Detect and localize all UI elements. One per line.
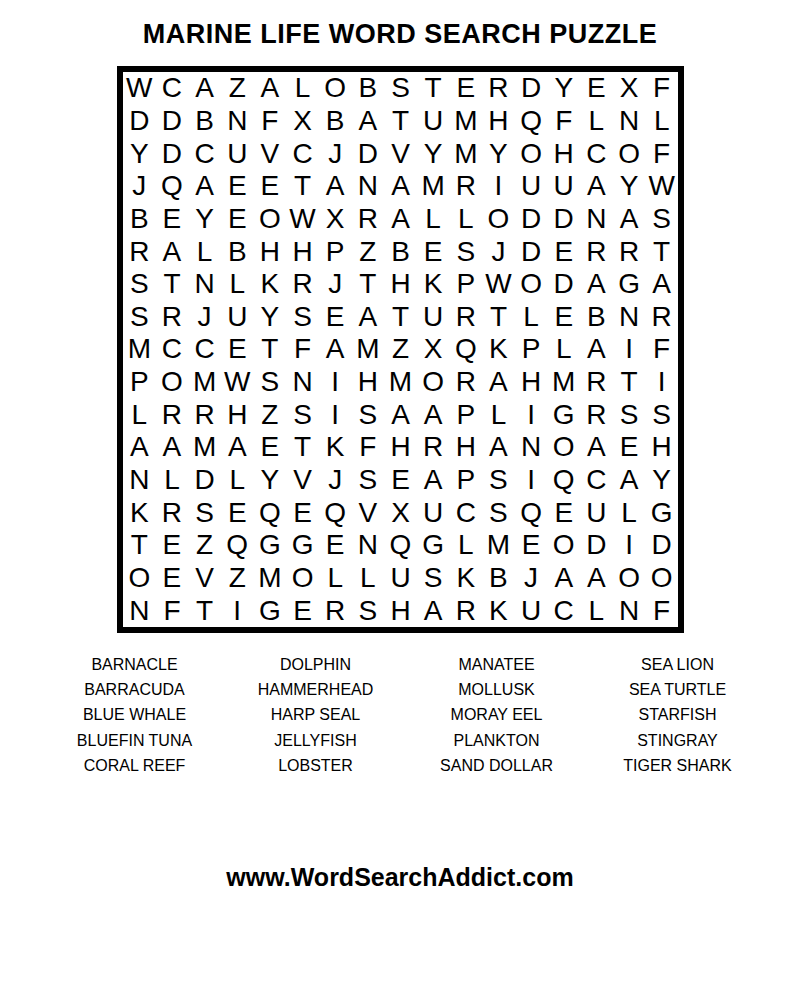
grid-cell: A [482,431,515,464]
grid-cell: Q [221,529,254,562]
grid-cell: L [515,301,548,334]
grid-cell: I [482,170,515,203]
word-item: BARRACUDA [44,677,225,702]
grid-cell: O [482,203,515,236]
word-item: LOBSTER [225,754,406,779]
grid-cell: O [123,562,156,595]
grid-cell: J [482,235,515,268]
word-item: SEA TURTLE [587,677,768,702]
grid-cell: F [645,72,678,105]
grid-cell: F [645,137,678,170]
grid-cell: E [254,170,287,203]
grid-cell: S [482,464,515,497]
word-search-grid-border: WCAZALOBSTERDYEXFDDBNFXBATUMHQFLNLYDCUVC… [117,66,684,633]
grid-cell: A [352,301,385,334]
grid-cell: O [254,203,287,236]
grid-cell: J [188,301,221,334]
grid-cell: K [449,562,482,595]
grid-cell: U [417,496,450,529]
grid-cell: S [417,562,450,595]
grid-cell: G [417,529,450,562]
grid-cell: G [254,594,287,627]
word-item: PLANKTON [406,728,587,753]
grid-cell: E [384,464,417,497]
grid-cell: F [254,105,287,138]
grid-cell: N [613,105,646,138]
grid-cell: L [188,235,221,268]
grid-cell: C [156,72,189,105]
grid-cell: W [221,366,254,399]
grid-cell: R [482,72,515,105]
grid-cell: B [352,72,385,105]
grid-cell: K [482,594,515,627]
grid-cell: R [352,203,385,236]
grid-cell: Q [319,496,352,529]
grid-cell: H [221,398,254,431]
grid-cell: A [384,170,417,203]
grid-cell: U [417,301,450,334]
grid-cell: S [254,366,287,399]
grid-cell: S [613,398,646,431]
grid-cell: Q [515,496,548,529]
grid-cell: T [384,301,417,334]
grid-cell: S [123,301,156,334]
grid-cell: Y [188,203,221,236]
grid-cell: U [384,562,417,595]
grid-cell: T [123,529,156,562]
grid-cell: U [515,594,548,627]
grid-cell: L [352,562,385,595]
grid-cell: D [547,268,580,301]
grid-cell: T [286,170,319,203]
grid-cell: A [384,203,417,236]
grid-cell: I [515,398,548,431]
grid-cell: E [156,529,189,562]
grid-cell: Q [156,170,189,203]
grid-cell: R [417,431,450,464]
grid-cell: K [123,496,156,529]
grid-cell: F [352,431,385,464]
grid-cell: E [221,203,254,236]
word-item: HARP SEAL [225,703,406,728]
grid-cell: H [482,105,515,138]
grid-cell: M [188,366,221,399]
grid-cell: M [417,170,450,203]
grid-cell: S [449,235,482,268]
grid-cell: V [352,496,385,529]
grid-cell: M [352,333,385,366]
grid-cell: L [449,203,482,236]
grid-cell: N [515,431,548,464]
grid-cell: A [482,366,515,399]
grid-cell: Y [547,72,580,105]
grid-cell: E [221,170,254,203]
grid-cell: M [188,431,221,464]
grid-cell: C [580,137,613,170]
grid-cell: F [645,594,678,627]
grid-cell: L [123,398,156,431]
grid-cell: S [482,496,515,529]
grid-cell: Z [221,72,254,105]
grid-cell: P [449,464,482,497]
grid-cell: A [580,431,613,464]
grid-cell: U [547,170,580,203]
grid-cell: E [221,496,254,529]
grid-cell: K [319,431,352,464]
grid-cell: E [156,203,189,236]
grid-cell: W [123,72,156,105]
grid-cell: R [580,235,613,268]
grid-cell: E [515,529,548,562]
grid-cell: S [286,398,319,431]
grid-cell: Y [123,137,156,170]
grid-cell: T [417,72,450,105]
grid-cell: R [449,366,482,399]
grid-cell: V [384,137,417,170]
grid-cell: N [188,268,221,301]
grid-cell: Z [221,562,254,595]
word-item: SEA LION [587,652,768,677]
word-item: JELLYFISH [225,728,406,753]
page: MARINE LIFE WORD SEARCH PUZZLE WCAZALOBS… [0,0,800,1000]
grid-cell: B [482,562,515,595]
grid-cell: E [286,496,319,529]
grid-cell: I [613,333,646,366]
grid-cell: U [417,105,450,138]
grid-cell: I [319,398,352,431]
grid-cell: T [384,105,417,138]
grid-cell: E [547,235,580,268]
grid-cell: R [123,235,156,268]
grid-cell: C [580,464,613,497]
grid-cell: W [286,203,319,236]
grid-cell: M [123,333,156,366]
grid-cell: R [156,301,189,334]
grid-cell: U [221,301,254,334]
grid-cell: G [254,529,287,562]
grid-cell: T [286,431,319,464]
grid-cell: X [286,105,319,138]
grid-cell: O [547,529,580,562]
grid-cell: G [547,398,580,431]
grid-cell: D [547,203,580,236]
grid-cell: B [188,105,221,138]
grid-cell: S [286,301,319,334]
grid-cell: Z [384,333,417,366]
grid-cell: R [449,301,482,334]
word-item: DOLPHIN [225,652,406,677]
grid-cell: L [613,496,646,529]
grid-cell: Q [547,464,580,497]
grid-cell: A [123,431,156,464]
grid-cell: M [547,366,580,399]
grid-cell: Q [515,105,548,138]
word-item: TIGER SHARK [587,754,768,779]
grid-cell: O [547,431,580,464]
grid-cell: R [156,496,189,529]
grid-cell: C [156,333,189,366]
grid-cell: J [319,268,352,301]
grid-cell: P [515,333,548,366]
grid-cell: Y [417,137,450,170]
grid-cell: X [417,333,450,366]
grid-cell: D [188,464,221,497]
grid-cell: B [580,301,613,334]
grid-cell: R [613,235,646,268]
grid-cell: A [188,170,221,203]
grid-cell: T [645,235,678,268]
grid-cell: R [449,594,482,627]
grid-cell: A [580,268,613,301]
grid-cell: U [580,496,613,529]
grid-cell: R [188,398,221,431]
grid-cell: Y [254,464,287,497]
grid-cell: M [384,366,417,399]
grid-cell: U [515,170,548,203]
grid-cell: U [221,137,254,170]
word-item: STINGRAY [587,728,768,753]
grid-cell: R [449,170,482,203]
grid-cell: B [221,235,254,268]
grid-cell: Q [384,529,417,562]
grid-cell: Y [254,301,287,334]
grid-cell: J [319,464,352,497]
grid-cell: E [319,529,352,562]
grid-cell: Z [254,398,287,431]
grid-cell: I [319,366,352,399]
grid-cell: X [319,203,352,236]
grid-cell: L [547,333,580,366]
grid-cell: D [515,235,548,268]
grid-cell: O [613,137,646,170]
grid-cell: P [449,398,482,431]
grid-cell: L [449,529,482,562]
grid-cell: T [156,268,189,301]
grid-cell: K [254,268,287,301]
grid-cell: A [580,333,613,366]
grid-cell: B [384,235,417,268]
grid-cell: D [645,529,678,562]
word-item: STARFISH [587,703,768,728]
word-search-grid: WCAZALOBSTERDYEXFDDBNFXBATUMHQFLNLYDCUVC… [123,72,678,627]
grid-cell: F [156,594,189,627]
grid-cell: R [580,366,613,399]
grid-cell: E [547,301,580,334]
grid-cell: A [580,562,613,595]
grid-cell: A [645,268,678,301]
grid-cell: M [449,105,482,138]
grid-cell: L [221,268,254,301]
grid-cell: P [319,235,352,268]
grid-cell: F [547,105,580,138]
grid-cell: S [123,268,156,301]
grid-cell: B [319,105,352,138]
grid-cell: I [515,464,548,497]
grid-cell: A [547,562,580,595]
grid-cell: L [580,105,613,138]
grid-cell: R [319,594,352,627]
grid-cell: D [515,72,548,105]
grid-cell: H [286,235,319,268]
grid-cell: T [188,594,221,627]
grid-cell: A [352,105,385,138]
grid-cell: M [449,137,482,170]
grid-cell: A [188,72,221,105]
grid-cell: E [254,431,287,464]
grid-cell: L [580,594,613,627]
grid-cell: O [417,366,450,399]
grid-cell: N [613,594,646,627]
grid-cell: A [319,333,352,366]
grid-cell: G [613,268,646,301]
grid-cell: T [254,333,287,366]
grid-cell: E [580,72,613,105]
grid-cell: H [384,268,417,301]
grid-cell: C [547,594,580,627]
grid-cell: L [417,203,450,236]
grid-cell: E [286,594,319,627]
grid-cell: F [645,333,678,366]
grid-cell: E [319,301,352,334]
grid-cell: E [449,72,482,105]
grid-cell: N [123,594,156,627]
grid-cell: A [384,398,417,431]
grid-cell: G [645,496,678,529]
grid-cell: S [384,72,417,105]
grid-cell: H [515,366,548,399]
grid-cell: E [417,235,450,268]
word-list: BARNACLEDOLPHINMANATEESEA LIONBARRACUDAH… [44,652,768,779]
grid-cell: J [123,170,156,203]
grid-cell: M [254,562,287,595]
grid-cell: D [123,105,156,138]
grid-cell: N [613,301,646,334]
grid-cell: Z [352,235,385,268]
grid-cell: R [286,268,319,301]
grid-cell: L [156,464,189,497]
grid-cell: I [645,366,678,399]
grid-cell: H [352,366,385,399]
word-item: BLUE WHALE [44,703,225,728]
grid-cell: A [221,431,254,464]
grid-cell: S [188,496,221,529]
grid-cell: L [286,72,319,105]
grid-cell: K [417,268,450,301]
word-item: MORAY EEL [406,703,587,728]
grid-cell: C [286,137,319,170]
grid-cell: V [286,464,319,497]
grid-cell: P [123,366,156,399]
grid-cell: O [515,137,548,170]
word-item: HAMMERHEAD [225,677,406,702]
grid-cell: V [188,562,221,595]
word-item: MANATEE [406,652,587,677]
grid-cell: E [613,431,646,464]
grid-cell: A [156,431,189,464]
grid-cell: V [254,137,287,170]
grid-cell: O [613,562,646,595]
grid-cell: M [482,529,515,562]
grid-cell: S [645,398,678,431]
grid-cell: H [384,594,417,627]
grid-cell: D [156,105,189,138]
word-item: CORAL REEF [44,754,225,779]
grid-cell: A [417,398,450,431]
grid-cell: A [319,170,352,203]
grid-cell: H [254,235,287,268]
grid-cell: F [286,333,319,366]
grid-cell: O [515,268,548,301]
grid-cell: T [352,268,385,301]
grid-cell: D [580,529,613,562]
grid-cell: X [384,496,417,529]
grid-cell: S [352,398,385,431]
grid-cell: R [156,398,189,431]
word-item: BARNACLE [44,652,225,677]
grid-cell: K [482,333,515,366]
grid-cell: X [613,72,646,105]
grid-cell: D [515,203,548,236]
site-url: www.WordSearchAddict.com [0,863,800,892]
grid-cell: L [319,562,352,595]
grid-cell: C [188,137,221,170]
grid-cell: S [352,464,385,497]
grid-cell: I [613,529,646,562]
grid-cell: E [221,333,254,366]
grid-cell: Q [449,333,482,366]
grid-cell: L [645,105,678,138]
grid-cell: E [156,562,189,595]
word-item: BLUEFIN TUNA [44,728,225,753]
grid-cell: H [547,137,580,170]
grid-cell: P [449,268,482,301]
grid-cell: N [123,464,156,497]
word-item: SAND DOLLAR [406,754,587,779]
grid-cell: Y [482,137,515,170]
grid-cell: A [580,170,613,203]
grid-cell: R [580,398,613,431]
grid-cell: G [286,529,319,562]
grid-cell: Z [188,529,221,562]
grid-cell: L [482,398,515,431]
word-item: MOLLUSK [406,677,587,702]
grid-cell: N [352,170,385,203]
grid-cell: N [286,366,319,399]
grid-cell: H [384,431,417,464]
grid-cell: S [352,594,385,627]
grid-cell: L [221,464,254,497]
grid-cell: S [645,203,678,236]
grid-cell: R [645,301,678,334]
grid-cell: A [156,235,189,268]
grid-cell: T [482,301,515,334]
grid-cell: E [547,496,580,529]
grid-cell: O [645,562,678,595]
grid-cell: H [449,431,482,464]
grid-cell: D [156,137,189,170]
grid-cell: N [580,203,613,236]
grid-cell: B [123,203,156,236]
grid-cell: Y [613,170,646,203]
grid-cell: O [156,366,189,399]
grid-cell: A [613,464,646,497]
grid-cell: D [352,137,385,170]
grid-cell: T [613,366,646,399]
grid-cell: J [319,137,352,170]
grid-cell: C [449,496,482,529]
grid-cell: W [645,170,678,203]
grid-cell: I [221,594,254,627]
